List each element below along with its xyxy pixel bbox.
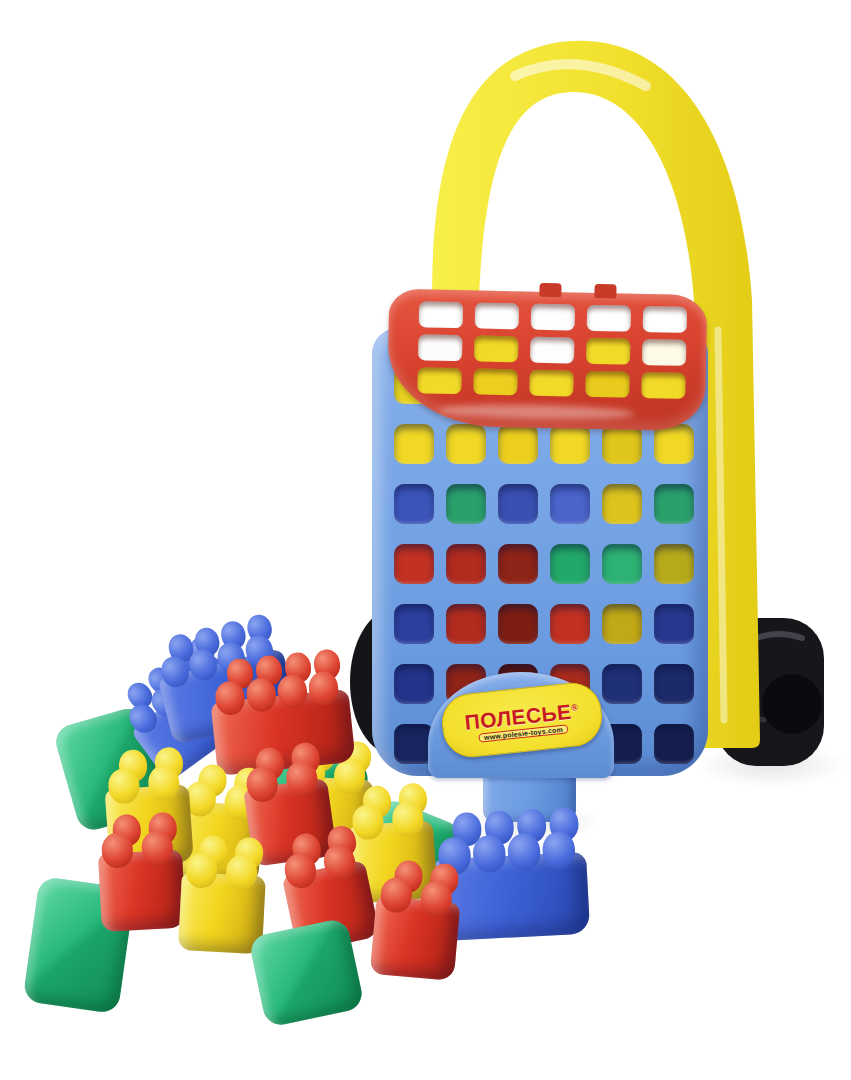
lid-hole [643, 306, 688, 333]
scene: ПОЛЕСЬЕ® www.polesie-toys.com [0, 0, 851, 1080]
basket-hole [550, 604, 590, 644]
lid-hole [474, 335, 519, 362]
lid-hole [641, 372, 686, 399]
basket-hole [602, 424, 642, 464]
lid-shine [438, 403, 635, 421]
basket-hole [394, 664, 434, 704]
basket-hole [446, 424, 486, 464]
basket-hole [394, 424, 434, 464]
basket-hole [550, 424, 590, 464]
basket-hole [394, 544, 434, 584]
basket-hole [446, 604, 486, 644]
lid-hole [586, 338, 631, 365]
basket-hole [602, 604, 642, 644]
lid-clip [594, 284, 616, 298]
basket-hole [654, 604, 694, 644]
basket-hole [498, 544, 538, 584]
lid-hole [585, 371, 630, 398]
trademark-symbol: ® [571, 702, 579, 713]
lid-hole [531, 304, 576, 331]
lid-hole [417, 367, 462, 394]
basket-hole [498, 604, 538, 644]
basket-hole [654, 664, 694, 704]
lid-hole [530, 337, 575, 364]
basket-hole [446, 544, 486, 584]
basket-hole [446, 484, 486, 524]
lid-hole [529, 370, 574, 397]
lid-hole [475, 302, 520, 329]
trolley-lid [387, 289, 708, 432]
basket-hole [550, 484, 590, 524]
lid-hole [473, 368, 518, 395]
basket-hole [602, 484, 642, 524]
basket-hole [498, 424, 538, 464]
basket-hole [394, 604, 434, 644]
basket-hole [654, 424, 694, 464]
lid-clip [539, 283, 561, 297]
basket-hole [498, 484, 538, 524]
basket-hole [654, 484, 694, 524]
lid-hole [418, 334, 463, 361]
basket-hole [654, 544, 694, 584]
lid-hole [587, 305, 632, 332]
basket-hole [602, 664, 642, 704]
basket-hole [602, 544, 642, 584]
basket-hole [654, 724, 694, 764]
lid-hole [642, 339, 687, 366]
basket-hole [394, 484, 434, 524]
brand-sticker: ПОЛЕСЬЕ® www.polesie-toys.com [439, 680, 605, 760]
basket-hole [550, 544, 590, 584]
lid-hole [419, 301, 464, 328]
